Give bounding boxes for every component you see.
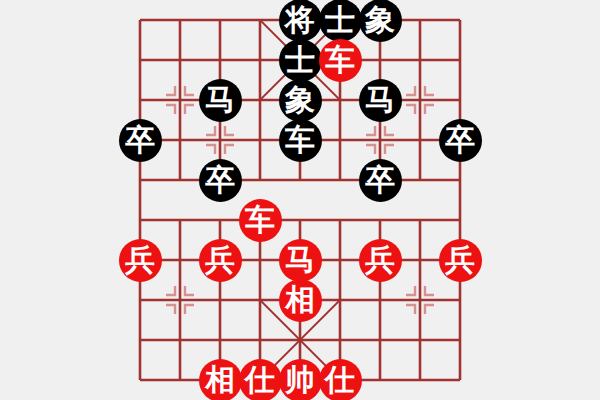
piece-red-chariot[interactable]: 车 <box>239 199 282 242</box>
piece-red-advisor[interactable]: 仕 <box>239 359 282 400</box>
piece-red-pawn[interactable]: 兵 <box>359 239 402 282</box>
piece-red-chariot[interactable]: 车 <box>319 39 362 82</box>
xiangqi-board[interactable]: 将士象士车马象马卒车卒卒卒车兵兵马兵兵相相仕帅仕 <box>120 0 480 400</box>
xiangqi-app: 将士象士车马象马卒车卒卒卒车兵兵马兵兵相相仕帅仕 <box>0 0 600 400</box>
piece-black-pawn[interactable]: 卒 <box>119 119 162 162</box>
piece-black-horse[interactable]: 马 <box>199 79 242 122</box>
piece-black-pawn[interactable]: 卒 <box>359 159 402 202</box>
piece-black-general[interactable]: 将 <box>279 0 322 42</box>
piece-black-pawn[interactable]: 卒 <box>439 119 482 162</box>
piece-red-elephant[interactable]: 相 <box>279 279 322 322</box>
piece-red-advisor[interactable]: 仕 <box>319 359 362 400</box>
piece-black-horse[interactable]: 马 <box>359 79 402 122</box>
piece-black-advisor[interactable]: 士 <box>319 0 362 42</box>
piece-black-pawn[interactable]: 卒 <box>199 159 242 202</box>
piece-red-horse[interactable]: 马 <box>279 239 322 282</box>
piece-black-advisor[interactable]: 士 <box>279 39 322 82</box>
piece-red-elephant[interactable]: 相 <box>199 359 242 400</box>
piece-black-elephant[interactable]: 象 <box>279 79 322 122</box>
piece-red-pawn[interactable]: 兵 <box>199 239 242 282</box>
piece-red-pawn[interactable]: 兵 <box>439 239 482 282</box>
piece-black-elephant[interactable]: 象 <box>359 0 402 42</box>
piece-red-pawn[interactable]: 兵 <box>119 239 162 282</box>
piece-red-general[interactable]: 帅 <box>279 359 322 400</box>
piece-black-chariot[interactable]: 车 <box>279 119 322 162</box>
